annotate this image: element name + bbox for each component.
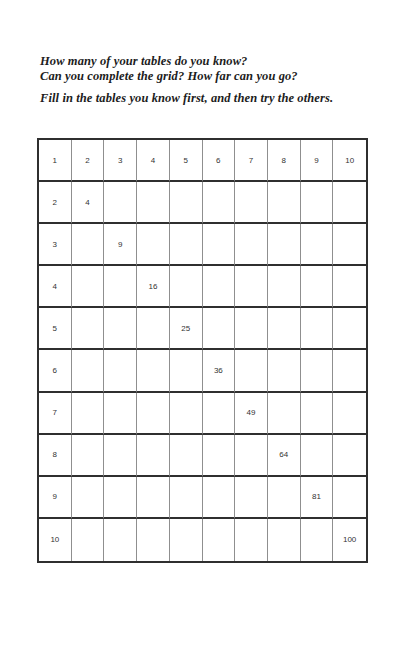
instruction-line-2: Can you complete the grid? How far can y… xyxy=(40,69,333,84)
grid-cell-r1-c10: 10 xyxy=(333,140,366,182)
grid-cell-r3-c9[interactable] xyxy=(301,224,334,266)
grid-cell-r2-c2: 4 xyxy=(72,182,105,224)
grid-cell-r3-c8[interactable] xyxy=(268,224,301,266)
grid-cell-r4-c2[interactable] xyxy=(72,266,105,308)
grid-cell-r7-c6[interactable] xyxy=(203,393,236,435)
instruction-line-3: Fill in the tables you know first, and t… xyxy=(40,91,333,106)
grid-cell-r4-c6[interactable] xyxy=(203,266,236,308)
grid-cell-r1-c2: 2 xyxy=(72,140,105,182)
grid-cell-r6-c3[interactable] xyxy=(104,350,137,392)
grid-cell-r1-c6: 6 xyxy=(203,140,236,182)
grid-cell-r6-c2[interactable] xyxy=(72,350,105,392)
grid-cell-r8-c10[interactable] xyxy=(333,435,366,477)
grid-cell-r9-c9: 81 xyxy=(301,477,334,519)
grid-cell-r5-c7[interactable] xyxy=(235,308,268,350)
grid-cell-r5-c6[interactable] xyxy=(203,308,236,350)
grid-cell-r5-c9[interactable] xyxy=(301,308,334,350)
grid-cell-r8-c5[interactable] xyxy=(170,435,203,477)
grid-cell-r3-c10[interactable] xyxy=(333,224,366,266)
grid-cell-r9-c2[interactable] xyxy=(72,477,105,519)
grid-cell-r8-c3[interactable] xyxy=(104,435,137,477)
grid-cell-r8-c9[interactable] xyxy=(301,435,334,477)
grid-cell-r9-c3[interactable] xyxy=(104,477,137,519)
grid-cell-r2-c10[interactable] xyxy=(333,182,366,224)
grid-cell-r8-c4[interactable] xyxy=(137,435,170,477)
grid-cell-r6-c1: 6 xyxy=(39,350,72,392)
grid-cell-r4-c4: 16 xyxy=(137,266,170,308)
grid-cell-r7-c1: 7 xyxy=(39,393,72,435)
grid-cell-r3-c1: 3 xyxy=(39,224,72,266)
grid-cell-r2-c9[interactable] xyxy=(301,182,334,224)
grid-cell-r2-c6[interactable] xyxy=(203,182,236,224)
grid-cell-r4-c8[interactable] xyxy=(268,266,301,308)
instructions: How many of your tables do you know? Can… xyxy=(40,54,333,106)
grid-cell-r7-c7: 49 xyxy=(235,393,268,435)
grid-cell-r9-c5[interactable] xyxy=(170,477,203,519)
grid-cell-r5-c1: 5 xyxy=(39,308,72,350)
grid-cell-r1-c9: 9 xyxy=(301,140,334,182)
grid-cell-r1-c7: 7 xyxy=(235,140,268,182)
grid-cell-r10-c9[interactable] xyxy=(301,519,334,561)
grid-cell-r6-c8[interactable] xyxy=(268,350,301,392)
multiplication-grid: 12345678910243941652563674986498110100 xyxy=(37,138,368,563)
grid-cell-r7-c9[interactable] xyxy=(301,393,334,435)
grid-cell-r5-c4[interactable] xyxy=(137,308,170,350)
grid-cell-r3-c2[interactable] xyxy=(72,224,105,266)
grid-cell-r10-c10: 100 xyxy=(333,519,366,561)
grid-cell-r2-c8[interactable] xyxy=(268,182,301,224)
grid-cell-r5-c8[interactable] xyxy=(268,308,301,350)
grid-cell-r4-c10[interactable] xyxy=(333,266,366,308)
grid-cell-r4-c3[interactable] xyxy=(104,266,137,308)
grid-cell-r5-c10[interactable] xyxy=(333,308,366,350)
grid-cell-r3-c5[interactable] xyxy=(170,224,203,266)
grid-cell-r5-c3[interactable] xyxy=(104,308,137,350)
grid-cell-r2-c1: 2 xyxy=(39,182,72,224)
grid-cell-r2-c7[interactable] xyxy=(235,182,268,224)
grid-cell-r8-c7[interactable] xyxy=(235,435,268,477)
grid-cell-r4-c1: 4 xyxy=(39,266,72,308)
grid-cell-r5-c2[interactable] xyxy=(72,308,105,350)
grid-cell-r7-c2[interactable] xyxy=(72,393,105,435)
grid-cell-r6-c4[interactable] xyxy=(137,350,170,392)
grid-cell-r10-c5[interactable] xyxy=(170,519,203,561)
grid-cell-r6-c7[interactable] xyxy=(235,350,268,392)
grid-cell-r10-c3[interactable] xyxy=(104,519,137,561)
grid-cell-r6-c6: 36 xyxy=(203,350,236,392)
grid-cell-r1-c3: 3 xyxy=(104,140,137,182)
grid-cell-r3-c3: 9 xyxy=(104,224,137,266)
grid-cell-r4-c9[interactable] xyxy=(301,266,334,308)
grid-cell-r7-c8[interactable] xyxy=(268,393,301,435)
grid-cell-r8-c1: 8 xyxy=(39,435,72,477)
grid-cell-r9-c10[interactable] xyxy=(333,477,366,519)
grid-cell-r4-c5[interactable] xyxy=(170,266,203,308)
grid-cell-r10-c6[interactable] xyxy=(203,519,236,561)
grid-cell-r6-c10[interactable] xyxy=(333,350,366,392)
grid-cell-r7-c3[interactable] xyxy=(104,393,137,435)
grid-cell-r6-c5[interactable] xyxy=(170,350,203,392)
grid-cell-r5-c5: 25 xyxy=(170,308,203,350)
grid-cell-r2-c5[interactable] xyxy=(170,182,203,224)
grid-cell-r3-c6[interactable] xyxy=(203,224,236,266)
grid-cell-r10-c1: 10 xyxy=(39,519,72,561)
grid-cell-r7-c10[interactable] xyxy=(333,393,366,435)
grid-cell-r8-c8: 64 xyxy=(268,435,301,477)
grid-cell-r3-c4[interactable] xyxy=(137,224,170,266)
grid-cell-r1-c8: 8 xyxy=(268,140,301,182)
grid-cell-r10-c2[interactable] xyxy=(72,519,105,561)
grid-cell-r3-c7[interactable] xyxy=(235,224,268,266)
grid-cell-r10-c7[interactable] xyxy=(235,519,268,561)
grid-cell-r6-c9[interactable] xyxy=(301,350,334,392)
grid-cell-r4-c7[interactable] xyxy=(235,266,268,308)
grid-cell-r9-c7[interactable] xyxy=(235,477,268,519)
grid-cell-r2-c3[interactable] xyxy=(104,182,137,224)
grid-cell-r1-c4: 4 xyxy=(137,140,170,182)
grid-cell-r2-c4[interactable] xyxy=(137,182,170,224)
grid-cell-r10-c8[interactable] xyxy=(268,519,301,561)
grid-cell-r9-c8[interactable] xyxy=(268,477,301,519)
grid-cell-r9-c1: 9 xyxy=(39,477,72,519)
grid-cell-r8-c6[interactable] xyxy=(203,435,236,477)
grid-cell-r7-c5[interactable] xyxy=(170,393,203,435)
grid-cell-r1-c1: 1 xyxy=(39,140,72,182)
grid-cell-r9-c4[interactable] xyxy=(137,477,170,519)
grid-cell-r10-c4[interactable] xyxy=(137,519,170,561)
grid-cell-r9-c6[interactable] xyxy=(203,477,236,519)
grid-cell-r7-c4[interactable] xyxy=(137,393,170,435)
instruction-line-1: How many of your tables do you know? xyxy=(40,54,333,69)
grid-cell-r8-c2[interactable] xyxy=(72,435,105,477)
grid-cell-r1-c5: 5 xyxy=(170,140,203,182)
